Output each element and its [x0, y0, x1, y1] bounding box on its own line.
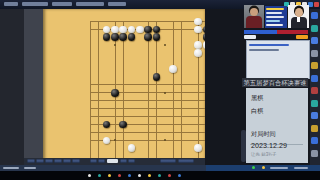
- control-button[interactable]: [36, 159, 44, 164]
- star-point: [164, 92, 166, 94]
- rail-icon[interactable]: [311, 112, 318, 119]
- taskbar[interactable]: [0, 171, 320, 180]
- black-stone-c8r3: [144, 33, 152, 41]
- black-stone-c5r14: [119, 121, 127, 129]
- taskbar-app-icon[interactable]: [168, 174, 171, 177]
- black-player-photo: [244, 5, 264, 28]
- rail-icon[interactable]: [311, 50, 318, 57]
- taskbar-app-icon[interactable]: [178, 174, 181, 177]
- rail-icon[interactable]: [311, 150, 318, 157]
- move-number-box[interactable]: [107, 159, 118, 164]
- action-button[interactable]: [178, 159, 194, 164]
- black-stone-c9r2: [153, 26, 161, 34]
- support-bar-white: [277, 30, 308, 34]
- status-text: [24, 167, 36, 170]
- rail-icon[interactable]: [311, 100, 318, 107]
- black-stone-c4r3: [111, 33, 119, 41]
- black-player-face: [250, 8, 258, 16]
- network-status-icon: [252, 166, 255, 169]
- control-button[interactable]: [54, 159, 62, 164]
- menu-item[interactable]: [52, 2, 72, 6]
- control-button[interactable]: [45, 159, 53, 164]
- white-stone-c7r2: [136, 26, 144, 34]
- star-point: [164, 44, 166, 46]
- white-stone-c14r4: [194, 41, 202, 49]
- nav-prev-button[interactable]: [98, 159, 105, 164]
- chat-line: [249, 44, 289, 46]
- warning-icon: [262, 166, 265, 169]
- white-player-photo: [288, 5, 310, 28]
- rail-icon[interactable]: [311, 137, 318, 144]
- black-stone-c8r2: [144, 26, 152, 34]
- nav-first-button[interactable]: [90, 159, 97, 164]
- menu-item[interactable]: [108, 2, 126, 6]
- event-text-line: [266, 16, 284, 18]
- nav-last-button[interactable]: [128, 159, 135, 164]
- black-stone-c9r8: [153, 73, 161, 81]
- black-stone-c6r3: [128, 33, 136, 41]
- white-stone-c14r1: [194, 18, 202, 26]
- white-stone-c4r2: [111, 26, 119, 34]
- white-stone-c6r2: [128, 26, 136, 34]
- black-stone-c3r14: [103, 121, 111, 129]
- black-stone-c5r3: [119, 33, 127, 41]
- black-stone-c4r10: [111, 89, 119, 97]
- control-button[interactable]: [27, 159, 35, 164]
- white-stone-c14r5: [194, 49, 202, 57]
- app-window: 第五届梦百合杯决赛谁 黑棋 白棋 对局时间 2023.12.29 让先 贴3¾子: [0, 0, 320, 180]
- taskbar-app-icon[interactable]: [98, 174, 101, 177]
- control-button[interactable]: [72, 159, 80, 164]
- white-stone-c3r16: [103, 137, 111, 145]
- game-control-bar: [24, 158, 206, 165]
- star-point: [114, 139, 116, 141]
- black-stone-c3r3: [103, 33, 111, 41]
- taskbar-app-icon[interactable]: [128, 174, 131, 177]
- app-logo: [4, 2, 18, 6]
- black-player-body: [246, 16, 262, 28]
- status-text: [294, 167, 308, 170]
- nav-next-button[interactable]: [120, 159, 127, 164]
- control-button[interactable]: [63, 159, 71, 164]
- rail-icon[interactable]: [311, 37, 318, 44]
- rail-icon[interactable]: [311, 87, 318, 94]
- white-stone-c5r2: [119, 26, 127, 34]
- taskbar-app-icon[interactable]: [138, 174, 141, 177]
- rail-icon[interactable]: [311, 62, 318, 69]
- black-label: 黑棋: [251, 94, 263, 103]
- white-stone-c11r7: [169, 65, 177, 73]
- rail-icon[interactable]: [311, 75, 318, 82]
- rules-text: 让先 贴3¾子: [251, 152, 277, 157]
- event-text-line: [266, 8, 284, 10]
- left-inner-panel: [24, 9, 43, 159]
- rail-icon[interactable]: [311, 125, 318, 132]
- star-point: [114, 44, 116, 46]
- go-board[interactable]: [43, 9, 205, 164]
- taskbar-app-icon[interactable]: [148, 174, 151, 177]
- event-text-line: [266, 12, 282, 14]
- action-button[interactable]: [160, 159, 176, 164]
- taskbar-app-icon[interactable]: [108, 174, 111, 177]
- white-label: 白棋: [251, 107, 263, 116]
- white-player-face: [295, 8, 303, 17]
- time-label: 对局时间: [251, 130, 276, 139]
- game-info-panel: 黑棋 白棋 对局时间 2023.12.29 让先 贴3¾子: [246, 88, 308, 164]
- status-text: [3, 167, 19, 170]
- event-text-line: [266, 24, 283, 26]
- left-outer-panel: [0, 9, 24, 172]
- support-count-left: [244, 35, 256, 39]
- menu-item[interactable]: [22, 2, 48, 6]
- white-stone-c6r17: [128, 144, 136, 152]
- support-button[interactable]: [296, 35, 308, 40]
- chat-box[interactable]: [246, 40, 310, 80]
- close-icon[interactable]: [314, 2, 319, 7]
- white-stone-c3r2: [103, 26, 111, 34]
- event-text-line: [266, 20, 280, 22]
- star-point: [164, 139, 166, 141]
- taskbar-app-icon[interactable]: [88, 174, 91, 177]
- game-date: 2023.12.29: [251, 141, 287, 150]
- white-player-shirt: [297, 17, 300, 22]
- rail-icon[interactable]: [311, 25, 318, 32]
- white-stone-c14r2: [194, 26, 202, 34]
- taskbar-app-icon[interactable]: [158, 174, 161, 177]
- chat-line: [249, 49, 279, 51]
- taskbar-app-icon[interactable]: [118, 174, 121, 177]
- status-text: [270, 167, 288, 170]
- black-stone-c9r3: [153, 33, 161, 41]
- rail-icon[interactable]: [311, 12, 318, 19]
- support-bar-black: [244, 30, 277, 34]
- white-stone-c14r17: [194, 144, 202, 152]
- event-info-box: [265, 6, 287, 28]
- match-title: 第五届梦百合杯决赛谁: [242, 78, 308, 87]
- menu-item[interactable]: [76, 2, 104, 6]
